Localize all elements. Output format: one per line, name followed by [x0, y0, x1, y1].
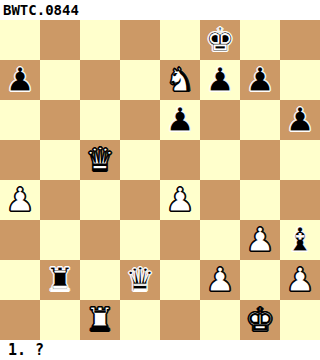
- square-g5[interactable]: [240, 140, 280, 180]
- white-rook[interactable]: ♜: [85, 300, 115, 340]
- square-c1[interactable]: ♜: [80, 300, 120, 340]
- chess-board: ♚♟♞♟♟♟♟♛♟♟♟♝♜♛♟♟♜♚: [0, 20, 320, 340]
- square-c2[interactable]: [80, 260, 120, 300]
- square-f3[interactable]: [200, 220, 240, 260]
- white-pawn[interactable]: ♟: [205, 260, 235, 300]
- square-h5[interactable]: [280, 140, 320, 180]
- white-pawn[interactable]: ♟: [5, 180, 35, 220]
- square-d2[interactable]: ♛: [120, 260, 160, 300]
- square-e5[interactable]: [160, 140, 200, 180]
- black-pawn[interactable]: ♟: [285, 100, 315, 140]
- square-c7[interactable]: [80, 60, 120, 100]
- square-g4[interactable]: [240, 180, 280, 220]
- square-c6[interactable]: [80, 100, 120, 140]
- square-a3[interactable]: [0, 220, 40, 260]
- square-a6[interactable]: [0, 100, 40, 140]
- square-d1[interactable]: [120, 300, 160, 340]
- square-h4[interactable]: [280, 180, 320, 220]
- square-h2[interactable]: ♟: [280, 260, 320, 300]
- black-pawn[interactable]: ♟: [165, 100, 195, 140]
- square-b6[interactable]: [40, 100, 80, 140]
- square-f7[interactable]: ♟: [200, 60, 240, 100]
- square-a7[interactable]: ♟: [0, 60, 40, 100]
- square-c5[interactable]: ♛: [80, 140, 120, 180]
- square-f4[interactable]: [200, 180, 240, 220]
- square-b5[interactable]: [40, 140, 80, 180]
- square-h3[interactable]: ♝: [280, 220, 320, 260]
- square-f5[interactable]: [200, 140, 240, 180]
- square-g2[interactable]: [240, 260, 280, 300]
- square-c8[interactable]: [80, 20, 120, 60]
- square-d6[interactable]: [120, 100, 160, 140]
- black-king[interactable]: ♚: [205, 20, 235, 60]
- square-b8[interactable]: [40, 20, 80, 60]
- square-d4[interactable]: [120, 180, 160, 220]
- square-h1[interactable]: [280, 300, 320, 340]
- square-d5[interactable]: [120, 140, 160, 180]
- square-h7[interactable]: [280, 60, 320, 100]
- square-b1[interactable]: [40, 300, 80, 340]
- square-f2[interactable]: ♟: [200, 260, 240, 300]
- black-pawn[interactable]: ♟: [205, 60, 235, 100]
- square-g8[interactable]: [240, 20, 280, 60]
- square-e8[interactable]: [160, 20, 200, 60]
- square-e1[interactable]: [160, 300, 200, 340]
- move-prompt: 1. ?: [8, 341, 44, 359]
- square-e3[interactable]: [160, 220, 200, 260]
- square-h8[interactable]: [280, 20, 320, 60]
- square-a5[interactable]: [0, 140, 40, 180]
- square-b2[interactable]: ♜: [40, 260, 80, 300]
- black-pawn[interactable]: ♟: [5, 60, 35, 100]
- black-rook[interactable]: ♜: [45, 260, 75, 300]
- square-d3[interactable]: [120, 220, 160, 260]
- black-queen[interactable]: ♛: [125, 260, 155, 300]
- square-b3[interactable]: [40, 220, 80, 260]
- square-a8[interactable]: [0, 20, 40, 60]
- chess-diagram: BWTC.0844 ♚♟♞♟♟♟♟♛♟♟♟♝♜♛♟♟♜♚ 1. ?: [0, 0, 320, 360]
- puzzle-title: BWTC.0844: [3, 2, 79, 18]
- square-f1[interactable]: [200, 300, 240, 340]
- square-a4[interactable]: ♟: [0, 180, 40, 220]
- diagram-footer: 1. ?: [0, 340, 320, 360]
- square-e4[interactable]: ♟: [160, 180, 200, 220]
- square-d7[interactable]: [120, 60, 160, 100]
- white-pawn[interactable]: ♟: [165, 180, 195, 220]
- square-h6[interactable]: ♟: [280, 100, 320, 140]
- square-c3[interactable]: [80, 220, 120, 260]
- square-a1[interactable]: [0, 300, 40, 340]
- black-bishop[interactable]: ♝: [285, 220, 315, 260]
- square-g1[interactable]: ♚: [240, 300, 280, 340]
- white-knight[interactable]: ♞: [165, 60, 195, 100]
- square-a2[interactable]: [0, 260, 40, 300]
- square-f8[interactable]: ♚: [200, 20, 240, 60]
- white-queen[interactable]: ♛: [85, 140, 115, 180]
- square-g3[interactable]: ♟: [240, 220, 280, 260]
- white-pawn[interactable]: ♟: [245, 220, 275, 260]
- black-pawn[interactable]: ♟: [245, 60, 275, 100]
- square-b4[interactable]: [40, 180, 80, 220]
- white-king[interactable]: ♚: [245, 300, 275, 340]
- square-e7[interactable]: ♞: [160, 60, 200, 100]
- diagram-header: BWTC.0844: [0, 0, 320, 20]
- square-d8[interactable]: [120, 20, 160, 60]
- square-b7[interactable]: [40, 60, 80, 100]
- square-e2[interactable]: [160, 260, 200, 300]
- white-pawn[interactable]: ♟: [285, 260, 315, 300]
- square-g6[interactable]: [240, 100, 280, 140]
- square-f6[interactable]: [200, 100, 240, 140]
- square-e6[interactable]: ♟: [160, 100, 200, 140]
- square-g7[interactable]: ♟: [240, 60, 280, 100]
- square-c4[interactable]: [80, 180, 120, 220]
